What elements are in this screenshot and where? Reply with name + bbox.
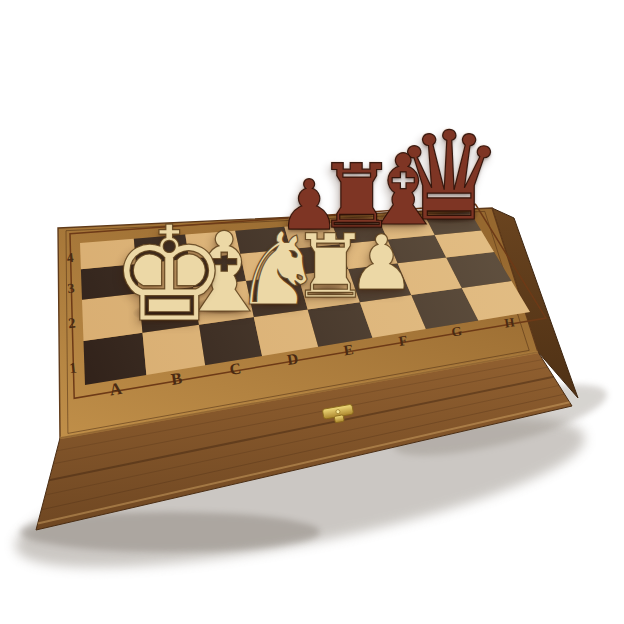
chess-box-scene: ABCDEFGH1234 ♛♝♜♟♟♜♞♝♚ [0,0,624,624]
piece-white-king-b2[interactable]: ♚ [110,209,228,340]
